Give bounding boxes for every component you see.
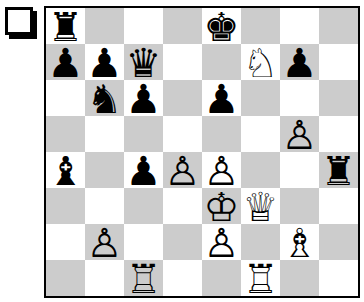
piece-white-queen[interactable]: ♕ — [243, 189, 279, 225]
square-c4[interactable]: ♟ — [124, 152, 163, 188]
piece-black-knight[interactable]: ♞ — [87, 81, 123, 117]
piece-white-rook[interactable]: ♖ — [243, 261, 279, 297]
square-g5[interactable]: ♙ — [280, 116, 319, 152]
square-d1[interactable] — [163, 260, 202, 296]
square-c8[interactable] — [124, 8, 163, 44]
white-to-move-indicator — [5, 7, 33, 35]
square-e2[interactable]: ♙ — [202, 224, 241, 260]
square-b6[interactable]: ♞ — [85, 80, 124, 116]
square-f3[interactable]: ♕ — [241, 188, 280, 224]
square-a8[interactable]: ♜ — [46, 8, 85, 44]
square-a1[interactable] — [46, 260, 85, 296]
piece-black-rook[interactable]: ♜ — [321, 153, 357, 189]
square-f7[interactable]: ♘ — [241, 44, 280, 80]
square-b2[interactable]: ♙ — [85, 224, 124, 260]
square-c1[interactable]: ♖ — [124, 260, 163, 296]
piece-black-pawn[interactable]: ♟ — [126, 81, 162, 117]
chess-board: ♜♚♟♟♛♘♟♞♟♟♙♝♟♙♙♜♔♕♙♙♗♖♖ — [44, 6, 360, 298]
square-h6[interactable] — [319, 80, 358, 116]
page: ♜♚♟♟♛♘♟♞♟♟♙♝♟♙♙♜♔♕♙♙♗♖♖ — [0, 0, 364, 302]
piece-white-pawn[interactable]: ♙ — [87, 225, 123, 261]
square-g3[interactable] — [280, 188, 319, 224]
square-h2[interactable] — [319, 224, 358, 260]
piece-white-pawn[interactable]: ♙ — [282, 117, 318, 153]
square-a7[interactable]: ♟ — [46, 44, 85, 80]
square-b8[interactable] — [85, 8, 124, 44]
square-f8[interactable] — [241, 8, 280, 44]
square-f4[interactable] — [241, 152, 280, 188]
square-g2[interactable]: ♗ — [280, 224, 319, 260]
piece-white-pawn[interactable]: ♙ — [204, 225, 240, 261]
piece-white-knight[interactable]: ♘ — [243, 45, 279, 81]
piece-black-bishop[interactable]: ♝ — [48, 153, 84, 189]
piece-black-king[interactable]: ♚ — [204, 9, 240, 45]
square-e6[interactable]: ♟ — [202, 80, 241, 116]
square-c6[interactable]: ♟ — [124, 80, 163, 116]
square-a4[interactable]: ♝ — [46, 152, 85, 188]
square-a5[interactable] — [46, 116, 85, 152]
square-h7[interactable] — [319, 44, 358, 80]
square-d8[interactable] — [163, 8, 202, 44]
square-h4[interactable]: ♜ — [319, 152, 358, 188]
square-b3[interactable] — [85, 188, 124, 224]
piece-black-pawn[interactable]: ♟ — [204, 81, 240, 117]
piece-black-pawn[interactable]: ♟ — [126, 153, 162, 189]
square-f5[interactable] — [241, 116, 280, 152]
square-e8[interactable]: ♚ — [202, 8, 241, 44]
piece-white-rook[interactable]: ♖ — [126, 261, 162, 297]
square-e3[interactable]: ♔ — [202, 188, 241, 224]
piece-white-pawn[interactable]: ♙ — [165, 153, 201, 189]
square-d2[interactable] — [163, 224, 202, 260]
square-c7[interactable]: ♛ — [124, 44, 163, 80]
square-h8[interactable] — [319, 8, 358, 44]
square-d6[interactable] — [163, 80, 202, 116]
piece-white-bishop[interactable]: ♗ — [282, 225, 318, 261]
square-h5[interactable] — [319, 116, 358, 152]
square-d4[interactable]: ♙ — [163, 152, 202, 188]
square-e4[interactable]: ♙ — [202, 152, 241, 188]
piece-black-pawn[interactable]: ♟ — [282, 45, 318, 81]
square-b7[interactable]: ♟ — [85, 44, 124, 80]
square-a2[interactable] — [46, 224, 85, 260]
square-f1[interactable]: ♖ — [241, 260, 280, 296]
square-h1[interactable] — [319, 260, 358, 296]
piece-black-pawn[interactable]: ♟ — [48, 45, 84, 81]
square-d5[interactable] — [163, 116, 202, 152]
square-g8[interactable] — [280, 8, 319, 44]
square-c2[interactable] — [124, 224, 163, 260]
square-g7[interactable]: ♟ — [280, 44, 319, 80]
square-b4[interactable] — [85, 152, 124, 188]
square-d7[interactable] — [163, 44, 202, 80]
